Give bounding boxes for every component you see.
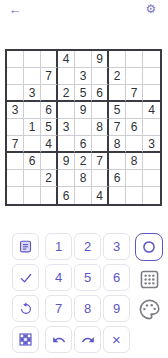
cell-r5c1[interactable]: [7, 119, 24, 136]
cell-r4c7[interactable]: 5: [109, 102, 126, 119]
cell-r7c4[interactable]: 9: [58, 153, 75, 170]
cell-r4c8[interactable]: [126, 102, 143, 119]
cell-r1c1[interactable]: [7, 51, 24, 68]
cell-r1c2[interactable]: [24, 51, 41, 68]
sudoku-app-screen: ← ⚙ 497323256736954153876746836927828664: [0, 0, 168, 358]
undo-button[interactable]: [45, 326, 72, 353]
cell-r8c3[interactable]: 2: [41, 170, 58, 187]
cell-r8c8[interactable]: [126, 170, 143, 187]
cell-r8c7[interactable]: 6: [109, 170, 126, 187]
toolbar-left: [12, 233, 39, 353]
back-arrow-icon: ←: [9, 2, 22, 17]
cell-r8c5[interactable]: 8: [75, 170, 92, 187]
cell-r7c9[interactable]: [143, 153, 160, 170]
cell-r3c7[interactable]: [109, 85, 126, 102]
gear-icon: ⚙: [146, 2, 157, 16]
cell-r6c9[interactable]: 3: [143, 136, 160, 153]
cell-r1c5[interactable]: [75, 51, 92, 68]
cell-r6c8[interactable]: [126, 136, 143, 153]
cell-r5c9[interactable]: [143, 119, 160, 136]
cell-r3c3[interactable]: [41, 85, 58, 102]
cell-r1c7[interactable]: [109, 51, 126, 68]
cell-r7c5[interactable]: 2: [75, 153, 92, 170]
cell-r6c2[interactable]: [24, 136, 41, 153]
check-button[interactable]: [12, 264, 39, 291]
cell-r4c2[interactable]: [24, 102, 41, 119]
cell-r2c4[interactable]: [58, 68, 75, 85]
numpad-8[interactable]: 8: [74, 295, 101, 322]
clear-button[interactable]: ×: [103, 326, 130, 353]
numpad-6[interactable]: 6: [103, 264, 130, 291]
cell-r7c6[interactable]: 7: [92, 153, 109, 170]
circle-icon: [140, 238, 158, 256]
numpad-9[interactable]: 9: [103, 295, 130, 322]
board-select-button[interactable]: [12, 326, 39, 353]
cell-r6c4[interactable]: [58, 136, 75, 153]
numpad-7[interactable]: 7: [45, 295, 72, 322]
checkmark-icon: [19, 271, 33, 285]
settings-button[interactable]: ⚙: [142, 0, 160, 18]
numpad-5[interactable]: 5: [74, 264, 101, 291]
control-panel: 1 2 3 4 5 6 7 8 9 ×: [12, 233, 163, 353]
cell-r5c6[interactable]: 8: [92, 119, 109, 136]
cell-r5c2[interactable]: 1: [24, 119, 41, 136]
cell-r5c5[interactable]: [75, 119, 92, 136]
cell-r5c8[interactable]: 6: [126, 119, 143, 136]
cell-r2c2[interactable]: [24, 68, 41, 85]
cell-r3c8[interactable]: 7: [126, 85, 143, 102]
cell-r4c6[interactable]: [92, 102, 109, 119]
cell-r4c3[interactable]: 6: [41, 102, 58, 119]
cell-r3c2[interactable]: 3: [24, 85, 41, 102]
cell-r9c1[interactable]: [7, 187, 24, 204]
cell-r7c8[interactable]: 8: [126, 153, 143, 170]
cell-r4c1[interactable]: 3: [7, 102, 24, 119]
palette-button[interactable]: [137, 297, 162, 322]
cell-r5c3[interactable]: 5: [41, 119, 58, 136]
dots-grid-icon: [139, 269, 160, 290]
cell-r9c7[interactable]: [109, 187, 126, 204]
cell-r8c1[interactable]: [7, 170, 24, 187]
cell-r8c4[interactable]: [58, 170, 75, 187]
redo-icon: [81, 333, 95, 347]
sudoku-board: 497323256736954153876746836927828664: [5, 49, 162, 206]
cell-r9c9[interactable]: [143, 187, 160, 204]
cell-r1c9[interactable]: [143, 51, 160, 68]
cell-r4c5[interactable]: 9: [75, 102, 92, 119]
cell-r1c4[interactable]: 4: [58, 51, 75, 68]
cell-r6c3[interactable]: 4: [41, 136, 58, 153]
cell-r9c8[interactable]: [126, 187, 143, 204]
top-bar: ← ⚙: [0, 0, 168, 22]
cell-r1c8[interactable]: [126, 51, 143, 68]
number-pad: 1 2 3 4 5 6 7 8 9 ×: [45, 233, 130, 353]
restart-button[interactable]: [12, 295, 39, 322]
numpad-2[interactable]: 2: [74, 233, 101, 260]
cell-r2c8[interactable]: [126, 68, 143, 85]
cell-r9c2[interactable]: [24, 187, 41, 204]
back-button[interactable]: ←: [6, 1, 24, 19]
cell-r3c4[interactable]: 2: [58, 85, 75, 102]
notes-list-button[interactable]: [12, 233, 39, 260]
palette-icon: [138, 298, 161, 321]
cell-r5c4[interactable]: 3: [58, 119, 75, 136]
cell-r4c4[interactable]: [58, 102, 75, 119]
cell-r2c7[interactable]: 2: [109, 68, 126, 85]
cell-r5c7[interactable]: 7: [109, 119, 126, 136]
cell-r6c7[interactable]: 8: [109, 136, 126, 153]
cell-r2c6[interactable]: [92, 68, 109, 85]
cell-r3c5[interactable]: 5: [75, 85, 92, 102]
cell-r6c5[interactable]: 6: [75, 136, 92, 153]
cell-r8c6[interactable]: [92, 170, 109, 187]
numpad-4[interactable]: 4: [45, 264, 72, 291]
cell-r1c6[interactable]: 9: [92, 51, 109, 68]
pencil-mode-button[interactable]: [137, 267, 161, 291]
cell-r6c6[interactable]: [92, 136, 109, 153]
numpad-1[interactable]: 1: [45, 233, 72, 260]
cell-r2c1[interactable]: [7, 68, 24, 85]
mode-column: [135, 233, 163, 353]
normal-mode-button[interactable]: [135, 233, 163, 261]
cell-r3c6[interactable]: 6: [92, 85, 109, 102]
restart-icon: [19, 302, 33, 316]
cell-r7c2[interactable]: 6: [24, 153, 41, 170]
cell-r7c1[interactable]: [7, 153, 24, 170]
clear-x-icon: ×: [112, 331, 121, 348]
cell-r8c2[interactable]: [24, 170, 41, 187]
cell-r7c7[interactable]: [109, 153, 126, 170]
undo-icon: [52, 333, 66, 347]
cell-r2c9[interactable]: [143, 68, 160, 85]
cell-r8c9[interactable]: [143, 170, 160, 187]
cell-r9c6[interactable]: 4: [92, 187, 109, 204]
cell-r1c3[interactable]: [41, 51, 58, 68]
cell-r6c1[interactable]: 7: [7, 136, 24, 153]
cell-r2c3[interactable]: 7: [41, 68, 58, 85]
cell-r9c3[interactable]: [41, 187, 58, 204]
cell-r4c9[interactable]: 4: [143, 102, 160, 119]
cell-r3c9[interactable]: [143, 85, 160, 102]
cell-r9c5[interactable]: [75, 187, 92, 204]
redo-button[interactable]: [74, 326, 101, 353]
notes-list-icon: [18, 239, 33, 254]
cell-r2c5[interactable]: 3: [75, 68, 92, 85]
cell-r9c4[interactable]: 6: [58, 187, 75, 204]
cell-r3c1[interactable]: [7, 85, 24, 102]
numpad-3[interactable]: 3: [103, 233, 130, 260]
cell-r7c3[interactable]: [41, 153, 58, 170]
mini-grid-icon: [18, 332, 33, 347]
